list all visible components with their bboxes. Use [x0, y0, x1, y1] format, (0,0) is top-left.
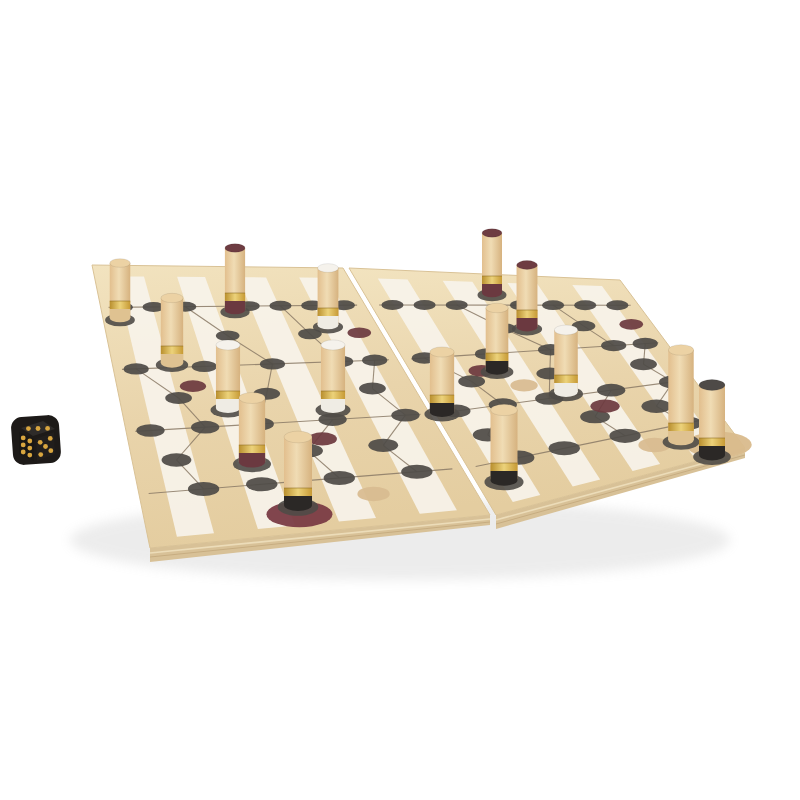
track-spot [391, 409, 419, 422]
peg-base-band [110, 309, 131, 318]
track-spot [188, 482, 219, 496]
track-spot [633, 338, 658, 349]
peg-top-cap [699, 380, 725, 391]
peg-top-cap [517, 261, 538, 270]
track-spot [401, 465, 432, 479]
track-spot [324, 471, 355, 485]
peg-base-band [554, 383, 577, 392]
track-spot [606, 300, 628, 310]
peg-top-cap [318, 264, 339, 273]
die[interactable] [10, 414, 61, 465]
track-spot [609, 429, 640, 443]
peg-gold-ring [239, 445, 265, 453]
track-spot [246, 477, 277, 491]
peg-top-cap [284, 431, 312, 443]
peg-gold-ring [161, 346, 183, 354]
peg-base-band [216, 399, 240, 408]
track-spot [414, 300, 436, 310]
track-spot [191, 421, 219, 434]
peg-gold-ring [486, 353, 509, 361]
peg-base-band [321, 399, 345, 408]
die-pip [26, 426, 31, 431]
peg-base-band [284, 496, 312, 505]
track-spot [216, 330, 240, 341]
peg-gold-ring [318, 308, 339, 316]
track-spot [165, 392, 192, 404]
die-pip [38, 452, 43, 457]
die-pip [21, 436, 26, 441]
track-spot [641, 400, 671, 413]
special-spot [619, 319, 643, 330]
die-pip [38, 440, 43, 445]
track-spot [192, 361, 217, 372]
track-spot [458, 375, 485, 387]
peg-base-band [517, 318, 538, 327]
die-pip [45, 426, 50, 431]
peg-gold-ring [216, 391, 240, 399]
peg-gold-ring [430, 395, 454, 403]
die-pip [27, 439, 32, 444]
peg-top-cap [321, 340, 345, 350]
peg-top-cap [482, 229, 502, 237]
special-spot [308, 432, 337, 445]
peg-top-cap [161, 293, 183, 302]
product-photo-canvas [0, 0, 800, 800]
peg-top-cap [216, 340, 240, 350]
track-spot [362, 355, 387, 366]
peg-base-band [482, 284, 502, 293]
special-spot [590, 400, 619, 413]
peg-gold-ring [482, 276, 502, 284]
peg-base-band [699, 446, 725, 455]
peg-top-cap [491, 404, 518, 415]
track-spot [269, 301, 291, 311]
track-spot [359, 383, 386, 395]
track-spot [381, 300, 403, 310]
track-spot [574, 300, 596, 310]
track-spot [124, 363, 149, 374]
track-spot [549, 441, 580, 455]
peg-gold-ring [225, 293, 245, 301]
peg-base-band [668, 431, 693, 440]
peg-top-cap [486, 303, 509, 312]
game-scene [0, 0, 800, 800]
track-spot [162, 453, 192, 466]
special-spot [180, 380, 206, 392]
peg-gold-ring [517, 310, 538, 318]
peg-gold-ring [491, 463, 518, 471]
peg-top-cap [239, 392, 265, 403]
peg-base-band [239, 453, 265, 462]
die-pip [36, 426, 41, 431]
die-pip [27, 446, 32, 451]
peg-top-cap [668, 345, 693, 356]
track-spot [630, 358, 657, 370]
die-pip [21, 443, 26, 448]
die-pip [27, 453, 32, 458]
track-spot [136, 424, 164, 437]
peg-base-band [318, 316, 339, 325]
peg-base-band [486, 361, 509, 370]
die-pip [21, 450, 26, 455]
peg-gold-ring [284, 488, 312, 496]
die-pip [48, 436, 53, 441]
peg-gold-ring [699, 438, 725, 446]
peg-gold-ring [668, 423, 693, 431]
peg-top-cap [430, 347, 454, 357]
track-spot [368, 439, 398, 452]
peg-base-band [161, 354, 183, 363]
peg-top-cap [554, 325, 577, 335]
peg-base-band [225, 301, 245, 310]
peg-top-cap [225, 244, 245, 252]
tan-spot [357, 487, 389, 502]
peg-gold-ring [110, 301, 131, 309]
peg-gold-ring [321, 391, 345, 399]
special-spot [347, 327, 371, 338]
die-pip [43, 444, 48, 449]
die-pip [48, 448, 53, 453]
track-spot [260, 358, 285, 369]
peg-base-band [430, 403, 454, 412]
peg-top-cap [110, 259, 131, 268]
track-spot [597, 384, 625, 397]
track-spot [601, 340, 626, 351]
track-spot [446, 300, 468, 310]
peg-gold-ring [554, 375, 577, 383]
peg-base-band [491, 471, 518, 480]
track-spot [542, 300, 564, 310]
tan-spot [510, 379, 537, 391]
